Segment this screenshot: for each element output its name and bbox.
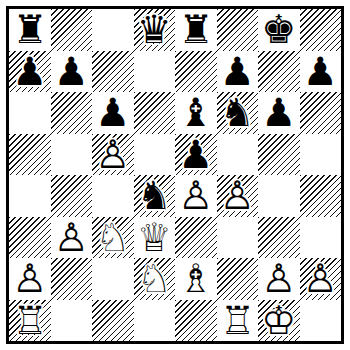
square-h8[interactable] [300, 9, 342, 51]
square-d4[interactable]: ♞ [134, 175, 176, 217]
square-h2[interactable]: ♟♙ [300, 258, 342, 300]
square-g3[interactable] [258, 217, 300, 259]
white-bishop: ♗ [175, 258, 217, 300]
white-knight: ♘ [92, 217, 134, 259]
chess-diagram-page: ♜♛♜♚♟♟♟♟♟♝♞♟♟♙♟♞♟♙♟♙♟♙♞♘♛♕♟♙♞♘♝♗♟♙♟♙♜♖♜♖… [0, 0, 350, 350]
square-d2[interactable]: ♞♘ [134, 258, 176, 300]
white-pawn: ♙ [258, 258, 300, 300]
square-a3[interactable] [9, 217, 51, 259]
square-c5[interactable]: ♟♙ [92, 134, 134, 176]
square-b3[interactable]: ♟♙ [51, 217, 93, 259]
chess-board: ♜♛♜♚♟♟♟♟♟♝♞♟♟♙♟♞♟♙♟♙♟♙♞♘♛♕♟♙♞♘♝♗♟♙♟♙♜♖♜♖… [6, 6, 344, 344]
square-b5[interactable] [51, 134, 93, 176]
square-c4[interactable] [92, 175, 134, 217]
square-d8[interactable]: ♛ [134, 9, 176, 51]
square-b1[interactable] [51, 300, 93, 342]
square-f6[interactable]: ♞ [217, 92, 259, 134]
square-g6[interactable]: ♟ [258, 92, 300, 134]
square-f1[interactable]: ♜♖ [217, 300, 259, 342]
square-e3[interactable] [175, 217, 217, 259]
square-d5[interactable] [134, 134, 176, 176]
white-pawn: ♙ [92, 134, 134, 176]
white-king: ♔ [258, 300, 300, 342]
square-d7[interactable] [134, 51, 176, 93]
black-pawn: ♟ [92, 92, 134, 134]
square-h5[interactable] [300, 134, 342, 176]
square-a6[interactable] [9, 92, 51, 134]
white-knight: ♘ [134, 258, 176, 300]
square-g2[interactable]: ♟♙ [258, 258, 300, 300]
square-c1[interactable] [92, 300, 134, 342]
black-king: ♚ [258, 9, 300, 51]
square-b6[interactable] [51, 92, 93, 134]
black-pawn: ♟ [258, 92, 300, 134]
white-pawn: ♙ [217, 175, 259, 217]
square-h3[interactable] [300, 217, 342, 259]
square-e5[interactable]: ♟ [175, 134, 217, 176]
square-c7[interactable] [92, 51, 134, 93]
black-bishop: ♝ [175, 92, 217, 134]
square-f4[interactable]: ♟♙ [217, 175, 259, 217]
square-g8[interactable]: ♚ [258, 9, 300, 51]
square-e2[interactable]: ♝♗ [175, 258, 217, 300]
square-g5[interactable] [258, 134, 300, 176]
black-pawn: ♟ [51, 51, 93, 93]
black-pawn: ♟ [300, 51, 342, 93]
square-a4[interactable] [9, 175, 51, 217]
black-rook: ♜ [9, 9, 51, 51]
white-queen: ♕ [134, 217, 176, 259]
square-g4[interactable] [258, 175, 300, 217]
square-f5[interactable] [217, 134, 259, 176]
black-rook: ♜ [175, 9, 217, 51]
square-c3[interactable]: ♞♘ [92, 217, 134, 259]
square-g7[interactable] [258, 51, 300, 93]
black-knight: ♞ [217, 92, 259, 134]
white-rook: ♖ [9, 300, 51, 342]
black-knight: ♞ [134, 175, 176, 217]
square-c6[interactable]: ♟ [92, 92, 134, 134]
black-pawn: ♟ [217, 51, 259, 93]
white-pawn: ♙ [300, 258, 342, 300]
square-b7[interactable]: ♟ [51, 51, 93, 93]
square-d3[interactable]: ♛♕ [134, 217, 176, 259]
square-b4[interactable] [51, 175, 93, 217]
square-f7[interactable]: ♟ [217, 51, 259, 93]
square-h7[interactable]: ♟ [300, 51, 342, 93]
black-queen: ♛ [134, 9, 176, 51]
square-g1[interactable]: ♚♔ [258, 300, 300, 342]
square-h1[interactable] [300, 300, 342, 342]
square-e7[interactable] [175, 51, 217, 93]
black-pawn: ♟ [9, 51, 51, 93]
square-e6[interactable]: ♝ [175, 92, 217, 134]
square-a8[interactable]: ♜ [9, 9, 51, 51]
square-e4[interactable]: ♟♙ [175, 175, 217, 217]
square-c8[interactable] [92, 9, 134, 51]
square-d1[interactable] [134, 300, 176, 342]
square-h4[interactable] [300, 175, 342, 217]
square-b8[interactable] [51, 9, 93, 51]
white-pawn: ♙ [175, 175, 217, 217]
square-c2[interactable] [92, 258, 134, 300]
white-pawn: ♙ [9, 258, 51, 300]
square-a1[interactable]: ♜♖ [9, 300, 51, 342]
square-f2[interactable] [217, 258, 259, 300]
square-d6[interactable] [134, 92, 176, 134]
square-a5[interactable] [9, 134, 51, 176]
square-e8[interactable]: ♜ [175, 9, 217, 51]
black-pawn: ♟ [175, 134, 217, 176]
square-h6[interactable] [300, 92, 342, 134]
square-a2[interactable]: ♟♙ [9, 258, 51, 300]
square-f3[interactable] [217, 217, 259, 259]
white-rook: ♖ [217, 300, 259, 342]
square-b2[interactable] [51, 258, 93, 300]
white-pawn: ♙ [51, 217, 93, 259]
square-e1[interactable] [175, 300, 217, 342]
square-a7[interactable]: ♟ [9, 51, 51, 93]
square-f8[interactable] [217, 9, 259, 51]
